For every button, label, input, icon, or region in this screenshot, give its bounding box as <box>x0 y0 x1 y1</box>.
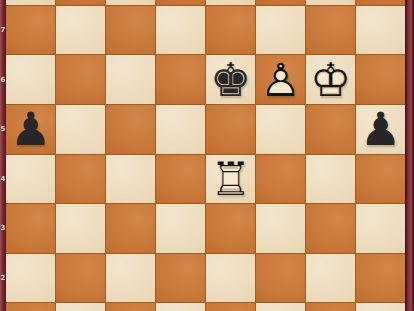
square-b5[interactable] <box>56 105 105 154</box>
board-frame-left <box>0 0 6 311</box>
square-d2[interactable] <box>156 254 205 303</box>
rank-label-2: 2 <box>0 274 6 282</box>
rank-label-5: 5 <box>0 125 6 133</box>
square-a3[interactable] <box>6 204 55 253</box>
square-c8[interactable] <box>106 0 155 5</box>
black-pawn-piece: ♟ <box>6 105 55 154</box>
square-c4[interactable] <box>106 155 155 204</box>
white-rook-outline: ♖ <box>206 155 255 204</box>
square-f1[interactable] <box>256 303 305 311</box>
square-a8[interactable] <box>6 0 55 5</box>
square-b6[interactable] <box>56 55 105 104</box>
square-f2[interactable] <box>256 254 305 303</box>
rank-label-7: 7 <box>0 26 6 34</box>
square-g4[interactable] <box>306 155 355 204</box>
white-rook-piece: ♜ <box>206 155 255 204</box>
board-frame-right <box>405 0 414 311</box>
square-d7[interactable] <box>156 6 205 55</box>
square-g2[interactable] <box>306 254 355 303</box>
white-pawn-outline: ♙ <box>256 55 305 104</box>
square-c5[interactable] <box>106 105 155 154</box>
square-f7[interactable] <box>256 6 305 55</box>
square-b3[interactable] <box>56 204 105 253</box>
square-g7[interactable] <box>306 6 355 55</box>
square-e8[interactable] <box>206 0 255 5</box>
square-d8[interactable] <box>156 0 205 5</box>
square-e6[interactable]: ♚ <box>206 55 255 104</box>
black-king-piece: ♚ <box>206 55 255 104</box>
square-g8[interactable] <box>306 0 355 5</box>
square-a5[interactable]: ♟ <box>6 105 55 154</box>
square-f6[interactable]: ♟♙ <box>256 55 305 104</box>
square-b4[interactable] <box>56 155 105 204</box>
square-b7[interactable] <box>56 6 105 55</box>
square-f4[interactable] <box>256 155 305 204</box>
chess-diagram: ♚♟♙♚♔♟♟♜♖ 765432 <box>0 0 414 311</box>
square-g5[interactable] <box>306 105 355 154</box>
square-a7[interactable] <box>6 6 55 55</box>
square-c7[interactable] <box>106 6 155 55</box>
square-a1[interactable] <box>6 303 55 311</box>
square-e2[interactable] <box>206 254 255 303</box>
square-d6[interactable] <box>156 55 205 104</box>
square-h2[interactable] <box>356 254 405 303</box>
square-e4[interactable]: ♜♖ <box>206 155 255 204</box>
square-a2[interactable] <box>6 254 55 303</box>
square-e1[interactable] <box>206 303 255 311</box>
chess-board: ♚♟♙♚♔♟♟♜♖ <box>6 0 405 311</box>
square-f5[interactable] <box>256 105 305 154</box>
square-h5[interactable]: ♟ <box>356 105 405 154</box>
white-king-piece: ♚ <box>306 55 355 104</box>
square-d1[interactable] <box>156 303 205 311</box>
square-b8[interactable] <box>56 0 105 5</box>
square-c3[interactable] <box>106 204 155 253</box>
rank-label-3: 3 <box>0 224 6 232</box>
white-king-outline: ♔ <box>306 55 355 104</box>
black-pawn-piece: ♟ <box>356 105 405 154</box>
square-c2[interactable] <box>106 254 155 303</box>
square-f3[interactable] <box>256 204 305 253</box>
square-c1[interactable] <box>106 303 155 311</box>
square-e3[interactable] <box>206 204 255 253</box>
square-a6[interactable] <box>6 55 55 104</box>
square-d3[interactable] <box>156 204 205 253</box>
square-h3[interactable] <box>356 204 405 253</box>
square-g6[interactable]: ♚♔ <box>306 55 355 104</box>
square-h7[interactable] <box>356 6 405 55</box>
square-b1[interactable] <box>56 303 105 311</box>
square-g1[interactable] <box>306 303 355 311</box>
white-pawn-piece: ♟ <box>256 55 305 104</box>
square-d5[interactable] <box>156 105 205 154</box>
square-a4[interactable] <box>6 155 55 204</box>
square-h4[interactable] <box>356 155 405 204</box>
square-g3[interactable] <box>306 204 355 253</box>
rank-label-6: 6 <box>0 76 6 84</box>
square-e7[interactable] <box>206 6 255 55</box>
square-h1[interactable] <box>356 303 405 311</box>
square-d4[interactable] <box>156 155 205 204</box>
square-b2[interactable] <box>56 254 105 303</box>
square-c6[interactable] <box>106 55 155 104</box>
square-h6[interactable] <box>356 55 405 104</box>
square-h8[interactable] <box>356 0 405 5</box>
rank-label-4: 4 <box>0 175 6 183</box>
square-e5[interactable] <box>206 105 255 154</box>
square-f8[interactable] <box>256 0 305 5</box>
